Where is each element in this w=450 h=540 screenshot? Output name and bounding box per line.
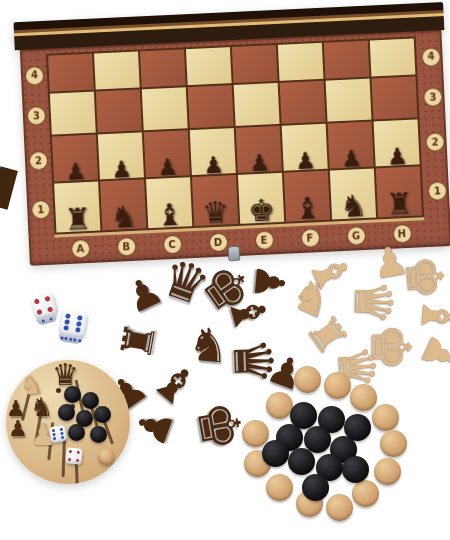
square-e1: ♚ xyxy=(238,173,284,224)
light-pile-piece-queen: ♛ xyxy=(347,278,401,326)
rank-label-right-2: 2 xyxy=(425,132,445,152)
square-d4 xyxy=(186,47,232,85)
light-pile-piece-pawn: ♟ xyxy=(414,329,450,378)
dark-pile-piece-king: ♚ xyxy=(190,254,262,325)
checker-disc-wood xyxy=(266,392,293,419)
chess-board-grid: ♟♟♟♟♟♟♟♟♜♞♝♛♚♝♞♜ xyxy=(46,36,424,234)
die-pip xyxy=(44,296,50,302)
die-pip xyxy=(47,306,53,312)
inset-die-4 xyxy=(65,447,83,465)
die-pip xyxy=(60,435,63,438)
square-b4 xyxy=(94,51,140,89)
die-pip xyxy=(68,458,71,461)
dark-pile-piece-bishop: ♝ xyxy=(221,287,276,339)
file-label-e: E xyxy=(254,230,274,250)
checker-disc-black xyxy=(302,474,329,501)
inset-checker-black xyxy=(94,406,111,423)
square-a4 xyxy=(48,54,94,92)
board-piece-g2-pawn: ♟ xyxy=(340,147,362,171)
die-pip xyxy=(69,337,72,340)
board-piece-c1-bishop: ♝ xyxy=(156,200,184,231)
light-pile-piece-bishop: ♝ xyxy=(301,245,360,302)
checker-disc-wood xyxy=(242,420,269,447)
dark-pile-piece-pawn: ♟ xyxy=(129,402,181,452)
checkers-pile xyxy=(232,362,408,522)
board-piece-c2-pawn: ♟ xyxy=(157,156,179,180)
main-die-6 xyxy=(58,308,88,338)
inset-checker-wood xyxy=(98,448,115,465)
dark-pile-piece-bishop: ♝ xyxy=(144,352,208,416)
rank-label-left-3: 3 xyxy=(26,106,46,126)
product-photo-stage: ♟♟♟♟♟♟♟♟♜♞♝♛♚♝♞♜ 44332211ABCDEFGH ♟♛♚♟♝♜… xyxy=(0,0,450,540)
board-piece-a1-rook: ♜ xyxy=(64,204,92,235)
inset-checker-black xyxy=(64,386,81,403)
square-c1: ♝ xyxy=(146,177,192,228)
die-pip xyxy=(78,338,81,341)
dark-pile-piece-rook: ♜ xyxy=(115,319,163,363)
board-piece-f2-pawn: ♟ xyxy=(295,149,317,173)
backgammon-point-line xyxy=(21,393,30,421)
die-pip xyxy=(76,451,79,454)
square-e3 xyxy=(234,83,280,126)
die-pip xyxy=(63,325,69,331)
checker-disc-wood xyxy=(380,430,407,457)
file-label-a: A xyxy=(70,239,90,259)
checker-disc-wood xyxy=(324,372,351,399)
checker-disc-wood xyxy=(372,404,399,431)
rank-label-left-1: 1 xyxy=(31,200,51,220)
checker-disc-wood xyxy=(266,474,293,501)
square-g2: ♟ xyxy=(328,122,374,169)
die-pip xyxy=(75,327,81,333)
square-d2: ♟ xyxy=(190,128,236,175)
rank-label-right-4: 4 xyxy=(421,47,441,67)
square-e2: ♟ xyxy=(236,126,282,173)
square-d3 xyxy=(188,85,234,128)
board-piece-b2-pawn: ♟ xyxy=(111,158,133,182)
inset-die-6 xyxy=(49,425,67,443)
light-pile-piece-pawn: ♟ xyxy=(369,239,411,285)
board-piece-d2-pawn: ♟ xyxy=(203,154,225,178)
die-pip xyxy=(64,336,67,339)
die-pip xyxy=(76,321,82,327)
backgammon-point-line xyxy=(35,408,43,442)
square-e4 xyxy=(232,45,278,83)
die-pip xyxy=(65,313,71,319)
square-f4 xyxy=(278,43,324,81)
board-piece-f1-bishop: ♝ xyxy=(293,193,321,224)
inset-piece-light-knight: ♞ xyxy=(19,371,44,399)
square-g3 xyxy=(326,79,372,122)
file-label-d: D xyxy=(208,232,228,252)
file-label-h: H xyxy=(392,224,412,244)
square-h1: ♜ xyxy=(376,166,422,217)
inset-checker-black xyxy=(68,424,85,441)
square-h2: ♟ xyxy=(374,119,420,166)
square-a1: ♜ xyxy=(54,182,100,233)
die-pip xyxy=(76,458,79,461)
board-piece-e1-king: ♚ xyxy=(248,195,276,226)
checker-disc-wood xyxy=(352,480,379,507)
square-g4 xyxy=(324,41,370,79)
rank-label-right-3: 3 xyxy=(423,87,443,107)
board-frame: ♟♟♟♟♟♟♟♟♜♞♝♛♚♝♞♜ 44332211ABCDEFGH xyxy=(20,30,450,266)
square-a3 xyxy=(50,92,96,135)
square-c4 xyxy=(140,49,186,87)
square-g1: ♞ xyxy=(330,169,376,220)
square-a2: ♟ xyxy=(52,135,98,182)
inset-checker-black xyxy=(90,426,107,443)
light-pile-piece-knight: ♞ xyxy=(285,270,339,327)
die-pip xyxy=(34,299,40,305)
rank-label-left-4: 4 xyxy=(25,65,45,85)
inset-checker-black xyxy=(58,404,75,421)
inset-piece-dark-pawn: ♟ xyxy=(8,418,28,440)
square-b1: ♞ xyxy=(100,179,146,230)
square-b3 xyxy=(96,89,142,132)
checker-disc-black xyxy=(262,440,289,467)
light-pile-piece-rook: ♜ xyxy=(299,308,355,363)
light-pile-piece-king: ♚ xyxy=(398,252,450,301)
dark-pile-piece-pawn: ♟ xyxy=(119,268,168,319)
square-h4 xyxy=(370,38,416,76)
die-pip xyxy=(49,317,53,321)
die-pip xyxy=(73,338,76,341)
board-piece-a2-pawn: ♟ xyxy=(65,160,87,184)
checker-disc-wood xyxy=(326,494,353,521)
die-pip xyxy=(77,315,83,321)
checker-disc-wood xyxy=(374,458,401,485)
main-die-4 xyxy=(30,292,58,320)
die-pip xyxy=(64,319,70,325)
checker-disc-wood xyxy=(350,384,377,411)
rank-label-right-1: 1 xyxy=(427,181,447,201)
inset-checker-black xyxy=(82,392,99,409)
die-pip xyxy=(37,309,43,315)
dark-pile-piece-queen: ♛ xyxy=(155,250,217,315)
square-d1: ♛ xyxy=(192,175,238,226)
board-piece-e2-pawn: ♟ xyxy=(249,151,271,175)
square-f2: ♟ xyxy=(282,124,328,171)
checker-disc-black xyxy=(342,456,369,483)
square-f3 xyxy=(280,81,326,124)
backgammon-inset-photo: ♛♞♞♟♟♟ xyxy=(6,360,130,484)
checker-disc-wood xyxy=(294,366,321,393)
die-pip xyxy=(53,436,56,439)
square-c3 xyxy=(142,87,188,130)
die-front-face xyxy=(58,333,83,345)
dark-pile-piece-pawn: ♟ xyxy=(248,262,291,301)
board-piece-h1-rook: ♜ xyxy=(385,189,413,220)
square-b2: ♟ xyxy=(98,132,144,179)
board-piece-g1-knight: ♞ xyxy=(339,191,367,222)
dark-pile-piece-knight: ♞ xyxy=(186,320,231,369)
square-c2: ♟ xyxy=(144,130,190,177)
die-pip xyxy=(60,336,63,339)
die-pip xyxy=(69,450,72,453)
light-pile-piece-bishop: ♝ xyxy=(414,294,450,337)
board-piece-d1-queen: ♛ xyxy=(202,197,230,228)
square-f1: ♝ xyxy=(284,171,330,222)
board-piece-b1-knight: ♞ xyxy=(110,202,138,233)
checker-disc-black xyxy=(288,448,315,475)
board-corner-wedge xyxy=(0,166,18,209)
board-piece-h2-pawn: ♟ xyxy=(386,145,408,169)
square-h3 xyxy=(372,76,418,119)
folding-chess-board: ♟♟♟♟♟♟♟♟♜♞♝♛♚♝♞♜ 44332211ABCDEFGH xyxy=(18,2,450,266)
file-label-b: B xyxy=(116,237,136,257)
die-pip xyxy=(41,319,45,323)
board-peg-hole xyxy=(56,388,61,393)
die-front-face xyxy=(36,313,58,326)
file-label-c: C xyxy=(162,235,182,255)
rank-label-left-2: 2 xyxy=(29,151,49,171)
